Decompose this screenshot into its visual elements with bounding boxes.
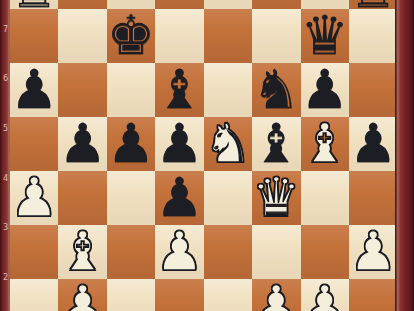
white-bishop-b3: ♝: [58, 225, 106, 279]
square-f4[interactable]: ♛: [252, 171, 300, 225]
black-queen-g7: ♛: [301, 9, 349, 63]
square-a2[interactable]: [10, 279, 58, 311]
square-h3[interactable]: ♟: [349, 225, 397, 279]
board-frame-right: [395, 0, 414, 311]
square-a8[interactable]: ♜: [10, 0, 58, 9]
square-b6[interactable]: [58, 63, 106, 117]
black-pawn-g6: ♟: [301, 63, 349, 117]
square-d3[interactable]: ♟: [155, 225, 203, 279]
board-frame-left: 7 6 5 4 3 2: [0, 0, 10, 311]
square-a6[interactable]: ♟: [10, 63, 58, 117]
square-g7[interactable]: ♛: [301, 9, 349, 63]
square-d4[interactable]: ♟: [155, 171, 203, 225]
white-pawn-g2: ♟: [301, 279, 349, 311]
square-b4[interactable]: [58, 171, 106, 225]
square-f2[interactable]: ♟: [252, 279, 300, 311]
white-knight-e5: ♞: [204, 117, 252, 171]
square-f3[interactable]: [252, 225, 300, 279]
square-e4[interactable]: [204, 171, 252, 225]
square-d2[interactable]: [155, 279, 203, 311]
black-pawn-c5: ♟: [107, 117, 155, 171]
square-c2[interactable]: [107, 279, 155, 311]
black-pawn-b5: ♟: [58, 117, 106, 171]
black-king-c7: ♚: [107, 9, 155, 63]
square-a4[interactable]: ♟: [10, 171, 58, 225]
white-pawn-h3: ♟: [349, 225, 397, 279]
white-pawn-d3: ♟: [155, 225, 203, 279]
square-h6[interactable]: [349, 63, 397, 117]
square-c5[interactable]: ♟: [107, 117, 155, 171]
rank-label-2: 2: [2, 274, 9, 282]
white-queen-f4: ♛: [252, 171, 300, 225]
square-b2[interactable]: ♟: [58, 279, 106, 311]
rank-label-5: 5: [2, 125, 9, 133]
black-knight-f6: ♞: [252, 63, 300, 117]
square-d7[interactable]: [155, 9, 203, 63]
square-h8[interactable]: ♜: [349, 0, 397, 9]
square-g2[interactable]: ♟: [301, 279, 349, 311]
rank-label-6: 6: [2, 75, 9, 83]
rank-label-3: 3: [2, 224, 9, 232]
square-h4[interactable]: [349, 171, 397, 225]
white-pawn-a4: ♟: [10, 171, 58, 225]
square-e5[interactable]: ♞: [204, 117, 252, 171]
square-d6[interactable]: ♝: [155, 63, 203, 117]
square-h5[interactable]: ♟: [349, 117, 397, 171]
square-e7[interactable]: [204, 9, 252, 63]
square-d8[interactable]: [155, 0, 203, 9]
square-c3[interactable]: [107, 225, 155, 279]
square-c6[interactable]: [107, 63, 155, 117]
chess-diagram: ♜♜♚♛♟♝♞♟♟♟♟♞♝♝♟♟♟♛♝♟♟♟♟♟♜♜♚ 7 6 5 4 3 2: [0, 0, 414, 311]
square-e8[interactable]: [204, 0, 252, 9]
square-b3[interactable]: ♝: [58, 225, 106, 279]
square-f5[interactable]: ♝: [252, 117, 300, 171]
rank-label-4: 4: [2, 175, 9, 183]
square-h2[interactable]: [349, 279, 397, 311]
square-b7[interactable]: [58, 9, 106, 63]
square-g4[interactable]: [301, 171, 349, 225]
square-g5[interactable]: ♝: [301, 117, 349, 171]
black-rook-h8: ♜: [349, 0, 397, 16]
square-a5[interactable]: [10, 117, 58, 171]
square-f6[interactable]: ♞: [252, 63, 300, 117]
square-d5[interactable]: ♟: [155, 117, 203, 171]
black-pawn-d5: ♟: [155, 117, 203, 171]
rank-label-7: 7: [2, 26, 9, 34]
chess-board: ♜♜♚♛♟♝♞♟♟♟♟♞♝♝♟♟♟♛♝♟♟♟♟♟♜♜♚: [10, 0, 395, 311]
square-g3[interactable]: [301, 225, 349, 279]
square-e2[interactable]: [204, 279, 252, 311]
black-pawn-h5: ♟: [349, 117, 397, 171]
square-f7[interactable]: [252, 9, 300, 63]
black-bishop-d6: ♝: [155, 63, 203, 117]
white-bishop-g5: ♝: [301, 117, 349, 171]
square-f8[interactable]: [252, 0, 300, 9]
square-g6[interactable]: ♟: [301, 63, 349, 117]
square-e3[interactable]: [204, 225, 252, 279]
black-pawn-d4: ♟: [155, 171, 203, 225]
black-rook-a8: ♜: [10, 0, 58, 16]
square-e6[interactable]: [204, 63, 252, 117]
white-pawn-b2: ♟: [58, 279, 106, 311]
square-c7[interactable]: ♚: [107, 9, 155, 63]
square-a3[interactable]: [10, 225, 58, 279]
black-pawn-a6: ♟: [10, 63, 58, 117]
square-c4[interactable]: [107, 171, 155, 225]
black-bishop-f5: ♝: [252, 117, 300, 171]
square-b5[interactable]: ♟: [58, 117, 106, 171]
white-pawn-f2: ♟: [252, 279, 300, 311]
square-b8[interactable]: [58, 0, 106, 9]
